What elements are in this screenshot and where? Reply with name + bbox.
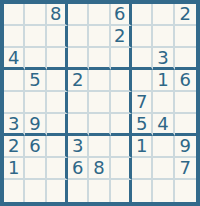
cell-r7c1-given[interactable]: 2 (4, 136, 25, 158)
cell-r4c2-given[interactable]: 5 (25, 70, 46, 92)
cell-r9c9-empty[interactable] (175, 180, 196, 202)
cell-r2c8-empty[interactable] (153, 26, 174, 48)
cell-r6c2-given[interactable]: 9 (25, 114, 46, 136)
cell-r3c5-empty[interactable] (89, 48, 110, 70)
cell-r1c4-empty[interactable] (68, 4, 89, 26)
cell-r9c6-empty[interactable] (111, 180, 132, 202)
cell-r6c8-given[interactable]: 4 (153, 114, 174, 136)
cell-r6c3-empty[interactable] (47, 114, 68, 136)
cell-r8c7-empty[interactable] (132, 158, 153, 180)
cell-r6c6-empty[interactable] (111, 114, 132, 136)
cell-r1c8-empty[interactable] (153, 4, 174, 26)
cell-r2c2-empty[interactable] (25, 26, 46, 48)
cell-r5c8-empty[interactable] (153, 92, 174, 114)
cell-r7c4-given[interactable]: 3 (68, 136, 89, 158)
cell-r3c7-empty[interactable] (132, 48, 153, 70)
cell-r4c9-given[interactable]: 6 (175, 70, 196, 92)
cell-r6c5-empty[interactable] (89, 114, 110, 136)
cell-r4c5-empty[interactable] (89, 70, 110, 92)
cell-r8c1-given[interactable]: 1 (4, 158, 25, 180)
cell-r7c9-given[interactable]: 9 (175, 136, 196, 158)
cell-r5c2-empty[interactable] (25, 92, 46, 114)
cell-r7c5-empty[interactable] (89, 136, 110, 158)
cell-r6c7-given[interactable]: 5 (132, 114, 153, 136)
sudoku-board: 862243521673954263191687 (0, 0, 200, 206)
cell-r9c4-empty[interactable] (68, 180, 89, 202)
cell-r5c1-empty[interactable] (4, 92, 25, 114)
cell-r9c2-empty[interactable] (25, 180, 46, 202)
cell-r2c9-empty[interactable] (175, 26, 196, 48)
cell-r2c3-empty[interactable] (47, 26, 68, 48)
cell-r4c6-empty[interactable] (111, 70, 132, 92)
cell-r5c3-empty[interactable] (47, 92, 68, 114)
cell-r5c9-empty[interactable] (175, 92, 196, 114)
cell-r3c4-empty[interactable] (68, 48, 89, 70)
cell-r2c1-empty[interactable] (4, 26, 25, 48)
cell-r5c6-empty[interactable] (111, 92, 132, 114)
cell-r5c5-empty[interactable] (89, 92, 110, 114)
cell-r4c3-empty[interactable] (47, 70, 68, 92)
cell-r3c8-given[interactable]: 3 (153, 48, 174, 70)
cell-r4c1-empty[interactable] (4, 70, 25, 92)
cell-r1c5-empty[interactable] (89, 4, 110, 26)
cell-r1c7-empty[interactable] (132, 4, 153, 26)
cell-r8c9-given[interactable]: 7 (175, 158, 196, 180)
cell-r3c3-empty[interactable] (47, 48, 68, 70)
cell-r9c8-empty[interactable] (153, 180, 174, 202)
cell-r8c4-given[interactable]: 6 (68, 158, 89, 180)
cell-r8c3-empty[interactable] (47, 158, 68, 180)
cell-r8c2-empty[interactable] (25, 158, 46, 180)
cell-r6c4-empty[interactable] (68, 114, 89, 136)
cell-r2c6-given[interactable]: 2 (111, 26, 132, 48)
cell-r6c9-empty[interactable] (175, 114, 196, 136)
cell-r3c1-given[interactable]: 4 (4, 48, 25, 70)
cell-r9c1-empty[interactable] (4, 180, 25, 202)
cell-r9c5-empty[interactable] (89, 180, 110, 202)
cell-r3c9-empty[interactable] (175, 48, 196, 70)
cell-r2c7-empty[interactable] (132, 26, 153, 48)
cell-r9c7-empty[interactable] (132, 180, 153, 202)
cell-r4c7-empty[interactable] (132, 70, 153, 92)
cell-r2c4-empty[interactable] (68, 26, 89, 48)
cell-r4c4-given[interactable]: 2 (68, 70, 89, 92)
cell-r3c6-empty[interactable] (111, 48, 132, 70)
cell-r1c6-given[interactable]: 6 (111, 4, 132, 26)
cell-r1c1-empty[interactable] (4, 4, 25, 26)
cell-r2c5-empty[interactable] (89, 26, 110, 48)
cell-r1c3-given[interactable]: 8 (47, 4, 68, 26)
cell-r4c8-given[interactable]: 1 (153, 70, 174, 92)
cell-r5c7-given[interactable]: 7 (132, 92, 153, 114)
cell-r1c9-given[interactable]: 2 (175, 4, 196, 26)
cell-r8c8-empty[interactable] (153, 158, 174, 180)
cell-r3c2-empty[interactable] (25, 48, 46, 70)
cell-r8c5-given[interactable]: 8 (89, 158, 110, 180)
cell-r5c4-empty[interactable] (68, 92, 89, 114)
cell-r7c6-empty[interactable] (111, 136, 132, 158)
cell-r7c3-empty[interactable] (47, 136, 68, 158)
cell-r7c7-given[interactable]: 1 (132, 136, 153, 158)
cell-r7c2-given[interactable]: 6 (25, 136, 46, 158)
cell-r9c3-empty[interactable] (47, 180, 68, 202)
cell-r6c1-given[interactable]: 3 (4, 114, 25, 136)
cell-r7c8-empty[interactable] (153, 136, 174, 158)
cell-r8c6-empty[interactable] (111, 158, 132, 180)
cell-r1c2-empty[interactable] (25, 4, 46, 26)
